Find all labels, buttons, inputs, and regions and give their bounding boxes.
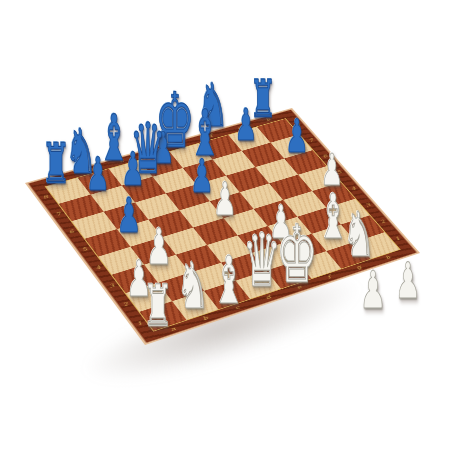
- product-photo-stage: abcdefgh abcdefgh 87654321 87654321 ♜♞♟♚…: [0, 0, 450, 450]
- piece-blue-rook-a8: ♜: [41, 136, 70, 192]
- piece-white-knight-g1: ♞: [343, 204, 375, 266]
- piece-white-pawn-off-board-2: ♟: [395, 256, 421, 306]
- piece-blue-pawn-b5: ♟: [117, 191, 142, 239]
- piece-white-queen-d1: ♛: [243, 223, 281, 297]
- piece-blue-pawn-c7: ♟: [121, 146, 145, 192]
- piece-white-king-e1: ♚: [276, 215, 318, 295]
- piece-blue-pawn-g7: ♟: [235, 103, 258, 147]
- piece-blue-pawn-h6: ♟: [285, 113, 309, 159]
- piece-blue-pawn-e6: ♟: [190, 153, 214, 199]
- piece-white-knight-b1: ♞: [176, 254, 209, 318]
- piece-white-pawn-off-board-1: ♟: [359, 264, 386, 316]
- piece-blue-pawn-b7: ♟: [86, 151, 110, 197]
- piece-white-bishop-c1: ♝: [212, 248, 246, 314]
- piece-white-rook-a1: ♜: [143, 277, 173, 335]
- piece-white-pawn-e5: ♟: [213, 176, 237, 222]
